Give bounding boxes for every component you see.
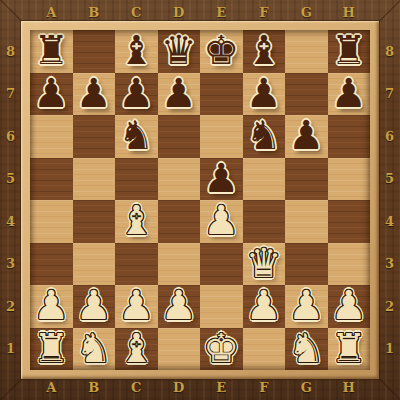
- square-e1[interactable]: ♚: [200, 328, 243, 371]
- square-h5[interactable]: [328, 158, 371, 201]
- square-f3[interactable]: ♛: [243, 243, 286, 286]
- square-b4[interactable]: [73, 200, 116, 243]
- square-g8[interactable]: [285, 30, 328, 73]
- square-d6[interactable]: [158, 115, 201, 158]
- rank-label-7: 7: [0, 73, 21, 116]
- piece-white-bishop[interactable]: ♝: [118, 328, 154, 368]
- frame-miter-bottom-left: [0, 379, 21, 400]
- piece-black-pawn[interactable]: ♟: [288, 115, 324, 155]
- file-label-c: C: [115, 2, 158, 23]
- piece-white-pawn[interactable]: ♟: [288, 285, 324, 325]
- square-c6[interactable]: ♞: [115, 115, 158, 158]
- piece-black-pawn[interactable]: ♟: [331, 73, 367, 113]
- square-g7[interactable]: [285, 73, 328, 116]
- piece-black-pawn[interactable]: ♟: [161, 73, 197, 113]
- rank-label-6: 6: [0, 115, 21, 158]
- square-h4[interactable]: [328, 200, 371, 243]
- square-a3[interactable]: [30, 243, 73, 286]
- piece-white-queen[interactable]: ♛: [246, 243, 282, 283]
- rank-labels-right: 87654321: [379, 30, 400, 370]
- square-f5[interactable]: [243, 158, 286, 201]
- square-d8[interactable]: ♛: [158, 30, 201, 73]
- piece-white-pawn[interactable]: ♟: [246, 285, 282, 325]
- piece-black-rook[interactable]: ♜: [33, 30, 69, 70]
- piece-white-pawn[interactable]: ♟: [33, 285, 69, 325]
- square-b7[interactable]: ♟: [73, 73, 116, 116]
- square-a8[interactable]: ♜: [30, 30, 73, 73]
- square-a7[interactable]: ♟: [30, 73, 73, 116]
- square-b8[interactable]: [73, 30, 116, 73]
- piece-white-pawn[interactable]: ♟: [76, 285, 112, 325]
- frame-miter-top-left: [0, 0, 21, 21]
- piece-white-pawn[interactable]: ♟: [161, 285, 197, 325]
- file-labels-top: ABCDEFGH: [30, 2, 370, 23]
- piece-white-rook[interactable]: ♜: [331, 328, 367, 368]
- piece-black-king[interactable]: ♚: [203, 30, 239, 70]
- square-f4[interactable]: [243, 200, 286, 243]
- rank-label-1: 1: [0, 328, 21, 371]
- square-c5[interactable]: [115, 158, 158, 201]
- square-f7[interactable]: ♟: [243, 73, 286, 116]
- rank-label-1: 1: [379, 328, 400, 371]
- piece-white-pawn[interactable]: ♟: [331, 285, 367, 325]
- rank-label-5: 5: [379, 158, 400, 201]
- rank-labels-left: 87654321: [0, 30, 21, 370]
- square-d4[interactable]: [158, 200, 201, 243]
- frame-miter-bottom-right: [379, 379, 400, 400]
- piece-white-pawn[interactable]: ♟: [203, 200, 239, 240]
- file-label-f: F: [243, 2, 286, 23]
- piece-black-pawn[interactable]: ♟: [246, 73, 282, 113]
- square-b3[interactable]: [73, 243, 116, 286]
- piece-white-pawn[interactable]: ♟: [118, 285, 154, 325]
- square-c8[interactable]: ♝: [115, 30, 158, 73]
- square-h1[interactable]: ♜: [328, 328, 371, 371]
- piece-black-pawn[interactable]: ♟: [203, 158, 239, 198]
- file-labels-bottom: ABCDEFGH: [30, 375, 370, 400]
- square-g6[interactable]: ♟: [285, 115, 328, 158]
- square-h8[interactable]: ♜: [328, 30, 371, 73]
- piece-white-knight[interactable]: ♞: [76, 328, 112, 368]
- square-a6[interactable]: [30, 115, 73, 158]
- square-f1[interactable]: [243, 328, 286, 371]
- square-g3[interactable]: [285, 243, 328, 286]
- rank-label-2: 2: [0, 285, 21, 328]
- square-e7[interactable]: [200, 73, 243, 116]
- file-label-d: D: [158, 375, 201, 400]
- square-b1[interactable]: ♞: [73, 328, 116, 371]
- square-e8[interactable]: ♚: [200, 30, 243, 73]
- square-f2[interactable]: ♟: [243, 285, 286, 328]
- rank-label-4: 4: [0, 200, 21, 243]
- square-g4[interactable]: [285, 200, 328, 243]
- piece-white-knight[interactable]: ♞: [288, 328, 324, 368]
- frame-miter-top-right: [379, 0, 400, 21]
- piece-black-knight[interactable]: ♞: [118, 115, 154, 155]
- piece-black-queen[interactable]: ♛: [161, 30, 197, 70]
- file-label-e: E: [200, 2, 243, 23]
- square-h3[interactable]: [328, 243, 371, 286]
- square-e3[interactable]: [200, 243, 243, 286]
- square-g5[interactable]: [285, 158, 328, 201]
- square-c1[interactable]: ♝: [115, 328, 158, 371]
- file-label-c: C: [115, 375, 158, 400]
- square-d1[interactable]: [158, 328, 201, 371]
- file-label-d: D: [158, 2, 201, 23]
- square-a2[interactable]: ♟: [30, 285, 73, 328]
- square-e2[interactable]: [200, 285, 243, 328]
- piece-black-pawn[interactable]: ♟: [118, 73, 154, 113]
- square-b2[interactable]: ♟: [73, 285, 116, 328]
- rank-label-3: 3: [379, 243, 400, 286]
- square-b6[interactable]: [73, 115, 116, 158]
- square-d3[interactable]: [158, 243, 201, 286]
- square-h2[interactable]: ♟: [328, 285, 371, 328]
- square-g1[interactable]: ♞: [285, 328, 328, 371]
- square-a5[interactable]: [30, 158, 73, 201]
- piece-white-bishop[interactable]: ♝: [118, 200, 154, 240]
- file-label-a: A: [30, 2, 73, 23]
- rank-label-8: 8: [0, 30, 21, 73]
- chess-board: ♜♝♛♚♝♜♟♟♟♟♟♟♞♞♟♟♝♟♛♟♟♟♟♟♟♟♜♞♝♚♞♜: [30, 30, 370, 370]
- rank-label-7: 7: [379, 73, 400, 116]
- square-c4[interactable]: ♝: [115, 200, 158, 243]
- square-e6[interactable]: [200, 115, 243, 158]
- rank-label-2: 2: [379, 285, 400, 328]
- piece-white-king[interactable]: ♚: [203, 328, 239, 368]
- square-f8[interactable]: ♝: [243, 30, 286, 73]
- rank-label-6: 6: [379, 115, 400, 158]
- file-label-f: F: [243, 375, 286, 400]
- piece-white-rook[interactable]: ♜: [33, 328, 69, 368]
- chess-board-window: ABCDEFGH ABCDEFGH 87654321 87654321 ♜♝♛♚…: [0, 0, 400, 400]
- piece-black-pawn[interactable]: ♟: [33, 73, 69, 113]
- square-h6[interactable]: [328, 115, 371, 158]
- file-label-b: B: [73, 2, 116, 23]
- square-b5[interactable]: [73, 158, 116, 201]
- rank-label-3: 3: [0, 243, 21, 286]
- square-a1[interactable]: ♜: [30, 328, 73, 371]
- square-c2[interactable]: ♟: [115, 285, 158, 328]
- square-e5[interactable]: ♟: [200, 158, 243, 201]
- file-label-g: G: [285, 2, 328, 23]
- piece-black-bishop[interactable]: ♝: [118, 30, 154, 70]
- file-label-e: E: [200, 375, 243, 400]
- square-g2[interactable]: ♟: [285, 285, 328, 328]
- piece-black-bishop[interactable]: ♝: [246, 30, 282, 70]
- piece-black-rook[interactable]: ♜: [331, 30, 367, 70]
- piece-black-pawn[interactable]: ♟: [76, 73, 112, 113]
- file-label-b: B: [73, 375, 116, 400]
- square-f6[interactable]: ♞: [243, 115, 286, 158]
- file-label-h: H: [328, 2, 371, 23]
- piece-black-knight[interactable]: ♞: [246, 115, 282, 155]
- square-c3[interactable]: [115, 243, 158, 286]
- square-e4[interactable]: ♟: [200, 200, 243, 243]
- square-h7[interactable]: ♟: [328, 73, 371, 116]
- file-label-a: A: [30, 375, 73, 400]
- square-d7[interactable]: ♟: [158, 73, 201, 116]
- rank-label-4: 4: [379, 200, 400, 243]
- square-a4[interactable]: [30, 200, 73, 243]
- square-d2[interactable]: ♟: [158, 285, 201, 328]
- square-d5[interactable]: [158, 158, 201, 201]
- square-c7[interactable]: ♟: [115, 73, 158, 116]
- file-label-g: G: [285, 375, 328, 400]
- file-label-h: H: [328, 375, 371, 400]
- rank-label-8: 8: [379, 30, 400, 73]
- rank-label-5: 5: [0, 158, 21, 201]
